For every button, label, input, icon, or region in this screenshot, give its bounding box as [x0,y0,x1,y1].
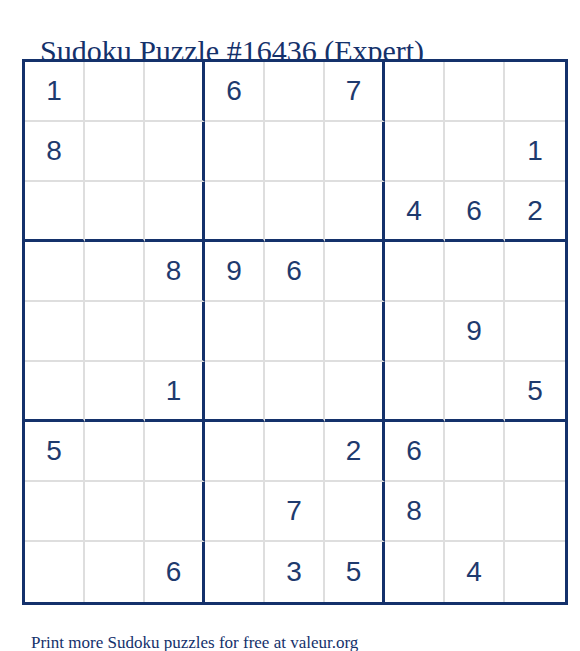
cell-r4c8 [445,242,505,302]
cell-r6c1 [25,362,85,422]
cell-r7c7: 6 [385,422,445,482]
cell-r1c9 [505,62,565,122]
cell-r7c2 [85,422,145,482]
cell-r3c4 [205,182,265,242]
cell-r4c3: 8 [145,242,205,302]
cell-r5c7 [385,302,445,362]
cell-r8c3 [145,482,205,542]
cell-r3c2 [85,182,145,242]
cell-r3c8: 6 [445,182,505,242]
cell-r9c3: 6 [145,542,205,602]
cell-r7c3 [145,422,205,482]
cell-r5c4 [205,302,265,362]
cell-r8c6 [325,482,385,542]
cell-r5c1 [25,302,85,362]
cell-r8c2 [85,482,145,542]
cell-r7c5 [265,422,325,482]
cell-r4c2 [85,242,145,302]
footer-text: Print more Sudoku puzzles for free at va… [31,633,358,651]
cell-r6c3: 1 [145,362,205,422]
cell-r1c5 [265,62,325,122]
cell-r2c7 [385,122,445,182]
cell-r8c5: 7 [265,482,325,542]
cell-r9c5: 3 [265,542,325,602]
cell-r8c7: 8 [385,482,445,542]
cell-r5c5 [265,302,325,362]
cell-r1c3 [145,62,205,122]
cell-r1c1: 1 [25,62,85,122]
cell-r4c1 [25,242,85,302]
cell-r9c1 [25,542,85,602]
cell-r4c4: 9 [205,242,265,302]
cell-r4c5: 6 [265,242,325,302]
cell-r5c2 [85,302,145,362]
cell-r5c3 [145,302,205,362]
cell-r9c9 [505,542,565,602]
cell-r4c9 [505,242,565,302]
cell-r6c6 [325,362,385,422]
cell-r2c6 [325,122,385,182]
cell-r3c9: 2 [505,182,565,242]
cell-r9c2 [85,542,145,602]
cell-r7c1: 5 [25,422,85,482]
cell-r9c7 [385,542,445,602]
cell-r7c6: 2 [325,422,385,482]
cell-r2c9: 1 [505,122,565,182]
cell-r4c7 [385,242,445,302]
cell-r3c3 [145,182,205,242]
cell-r2c8 [445,122,505,182]
cell-r6c4 [205,362,265,422]
cell-r5c6 [325,302,385,362]
cell-r2c3 [145,122,205,182]
cell-r7c8 [445,422,505,482]
cell-r6c2 [85,362,145,422]
cell-r8c8 [445,482,505,542]
cell-r8c9 [505,482,565,542]
cell-r1c7 [385,62,445,122]
cell-r3c7: 4 [385,182,445,242]
cell-r8c4 [205,482,265,542]
cell-r7c4 [205,422,265,482]
cell-r2c1: 8 [25,122,85,182]
cell-r1c6: 7 [325,62,385,122]
cell-r9c8: 4 [445,542,505,602]
cell-r6c9: 5 [505,362,565,422]
cell-r8c1 [25,482,85,542]
cell-r3c6 [325,182,385,242]
cell-r2c4 [205,122,265,182]
cell-r3c5 [265,182,325,242]
cell-r1c4: 6 [205,62,265,122]
cell-r9c6: 5 [325,542,385,602]
cell-r1c8 [445,62,505,122]
cell-r1c2 [85,62,145,122]
cell-r9c4 [205,542,265,602]
cell-r5c8: 9 [445,302,505,362]
cell-r6c7 [385,362,445,422]
sudoku-grid: 16781462896915526786354 [22,59,568,605]
cell-r7c9 [505,422,565,482]
cell-r6c8 [445,362,505,422]
cell-r2c5 [265,122,325,182]
cell-r6c5 [265,362,325,422]
cell-r3c1 [25,182,85,242]
cell-r2c2 [85,122,145,182]
cell-r5c9 [505,302,565,362]
cell-r4c6 [325,242,385,302]
